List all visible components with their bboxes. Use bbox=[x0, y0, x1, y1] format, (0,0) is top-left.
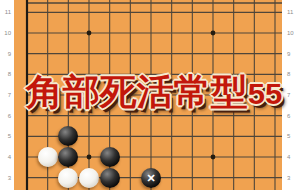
coordinate-label-5: 5 bbox=[287, 133, 299, 139]
coordinate-label-9: 9 bbox=[0, 51, 11, 57]
coordinate-label-7: 7 bbox=[287, 92, 299, 98]
white-stone bbox=[38, 147, 58, 167]
white-stone bbox=[58, 168, 78, 188]
coordinate-label-10: 10 bbox=[0, 30, 11, 36]
coordinate-label-5: 5 bbox=[0, 133, 11, 139]
coordinate-label-11: 11 bbox=[287, 9, 299, 15]
coordinate-label-3: 3 bbox=[287, 175, 299, 181]
coordinate-label-7: 7 bbox=[0, 92, 11, 98]
star-point bbox=[87, 155, 92, 160]
star-point bbox=[211, 31, 216, 36]
go-board[interactable]: ✕ bbox=[14, 0, 282, 190]
coordinate-label-4: 4 bbox=[0, 154, 11, 160]
marked-point-stone: ✕ bbox=[141, 168, 161, 188]
coordinate-label-3: 3 bbox=[0, 175, 11, 181]
white-stone bbox=[79, 168, 99, 188]
coordinate-label-6: 6 bbox=[287, 113, 299, 119]
black-stone bbox=[100, 147, 120, 167]
right-coordinate-strip: 11109876543 bbox=[282, 0, 305, 190]
black-stone bbox=[100, 168, 120, 188]
star-point bbox=[211, 155, 216, 160]
coordinate-label-4: 4 bbox=[287, 154, 299, 160]
x-mark-icon: ✕ bbox=[141, 168, 161, 188]
coordinate-label-8: 8 bbox=[287, 71, 299, 77]
coordinate-label-9: 9 bbox=[287, 51, 299, 57]
coordinate-label-11: 11 bbox=[0, 9, 11, 15]
coordinate-label-10: 10 bbox=[287, 30, 299, 36]
left-coordinate-strip: 11109876543 bbox=[0, 0, 14, 190]
coordinate-label-8: 8 bbox=[0, 71, 11, 77]
go-problem-screen: ✕ 11109876543 11109876543 角部死活常型55 bbox=[0, 0, 305, 190]
star-point bbox=[87, 31, 92, 36]
coordinate-label-6: 6 bbox=[0, 113, 11, 119]
